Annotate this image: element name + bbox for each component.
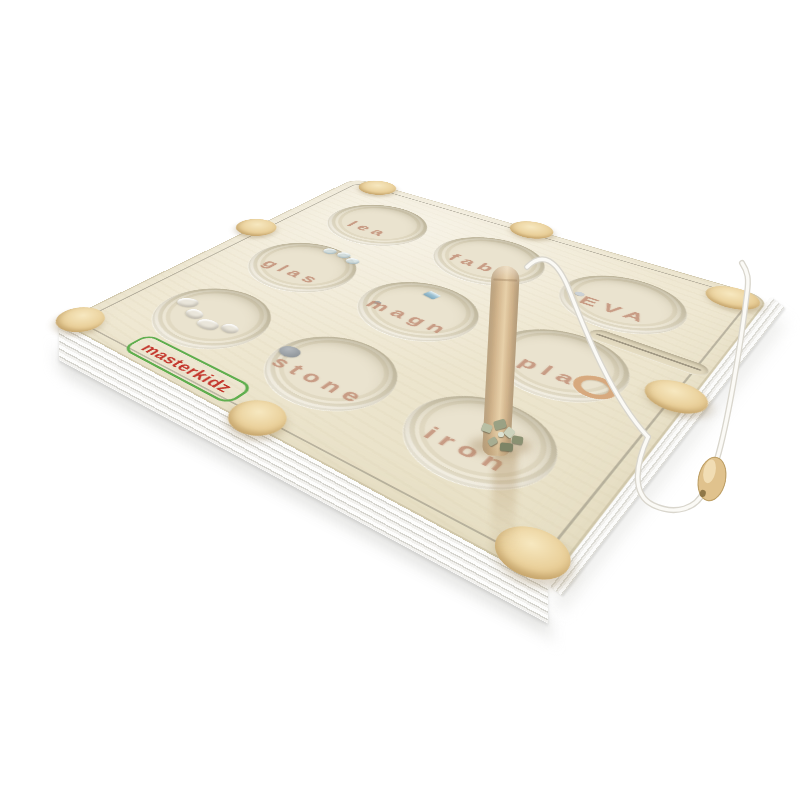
product-photo-scene: lea fabr EVA glas magn pla [0,0,800,800]
pen-cast-shadow [490,450,517,551]
pen-cord [0,0,800,800]
metal-scraps [500,442,514,451]
metal-scraps [511,435,523,445]
metal-scraps [498,432,504,437]
